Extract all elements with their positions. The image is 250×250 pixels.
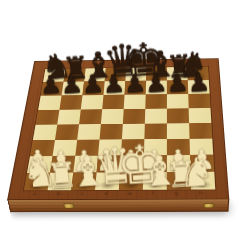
square-g7: ♟ — [167, 80, 188, 94]
square-d7: ♟ — [103, 81, 125, 95]
white-king-e1: ♚ — [115, 140, 142, 191]
square-d1: ♛ — [95, 172, 120, 190]
square-f5 — [145, 108, 167, 123]
square-g4 — [167, 123, 190, 139]
square-h4 — [189, 123, 212, 139]
square-h1: ♞ — [190, 171, 215, 189]
brass-clasp-icon — [203, 202, 214, 207]
white-bishop-f1: ♝ — [140, 151, 167, 192]
square-a5 — [36, 109, 60, 124]
square-f7: ♟ — [146, 80, 167, 94]
square-e5 — [123, 108, 145, 123]
square-b4 — [55, 124, 79, 140]
square-f1: ♝ — [143, 172, 167, 190]
brass-hinge-icon — [63, 203, 75, 208]
white-knight-a1: ♞ — [21, 154, 47, 193]
black-pawn-h7: ♟ — [187, 70, 210, 95]
white-bishop-c1: ♝ — [68, 151, 95, 192]
board-squares: ♞♜♝♛♚♝♜♞♟♟♟♟♟♟♟♟♟♟♟♟♟♟♟♟♞♜♝♛♚♝♜♞ — [24, 66, 215, 190]
white-knight-h1: ♞ — [189, 152, 216, 191]
black-pawn-a7: ♟ — [39, 72, 62, 97]
folding-box-front-panel — [7, 198, 229, 212]
square-a4 — [33, 124, 57, 140]
white-queen-d1: ♛ — [91, 143, 118, 192]
black-pawn-b7: ♟ — [60, 72, 83, 97]
chess-board: ♞♜♝♛♚♝♜♞♟♟♟♟♟♟♟♟♟♟♟♟♟♟♟♟♞♜♝♛♚♝♜♞ abcdefg… — [7, 58, 229, 200]
black-pawn-g7: ♟ — [165, 70, 188, 95]
white-rook-b1: ♜ — [45, 157, 71, 192]
square-h5 — [189, 108, 212, 123]
chess-set-photo: ♞♜♝♛♚♝♜♞♟♟♟♟♟♟♟♟♟♟♟♟♟♟♟♟♞♜♝♛♚♝♜♞ abcdefg… — [0, 0, 250, 250]
black-pawn-e7: ♟ — [123, 71, 146, 96]
scene: ♞♜♝♛♚♝♜♞♟♟♟♟♟♟♟♟♟♟♟♟♟♟♟♟♞♜♝♛♚♝♜♞ abcdefg… — [0, 0, 250, 250]
square-c5 — [79, 109, 102, 124]
square-c7: ♟ — [82, 81, 104, 95]
black-pawn-c7: ♟ — [81, 72, 104, 97]
square-e1: ♚ — [119, 172, 143, 190]
square-b5 — [57, 109, 81, 124]
square-h7: ♟ — [188, 79, 210, 93]
square-d5 — [101, 109, 124, 124]
black-pawn-d7: ♟ — [102, 71, 125, 96]
black-pawn-f7: ♟ — [144, 71, 167, 96]
square-g5 — [167, 108, 189, 123]
square-e7: ♟ — [125, 80, 147, 94]
